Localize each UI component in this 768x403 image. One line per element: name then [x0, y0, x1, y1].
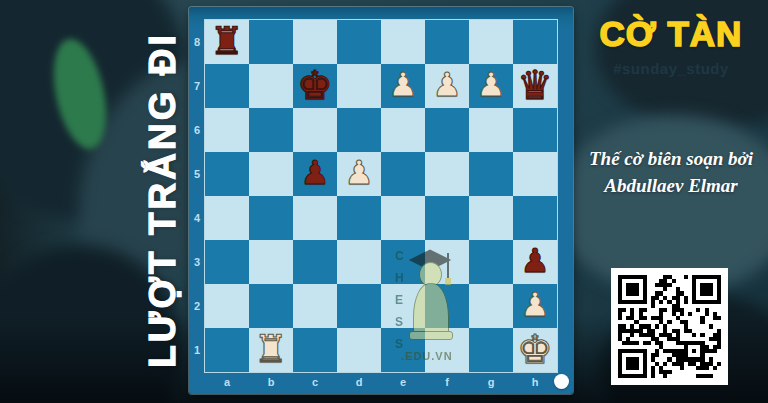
square-b4 [249, 196, 293, 240]
square-g5 [469, 152, 513, 196]
square-a8: ♜ [205, 20, 249, 64]
square-g2 [469, 284, 513, 328]
rank-label-2: 2 [189, 284, 205, 328]
file-label-c: c [293, 372, 337, 394]
piece-black-pawn: ♟ [300, 151, 330, 195]
white-to-move-indicator [554, 374, 569, 389]
square-h3: ♟ [513, 240, 557, 284]
composer-credit: Thế cờ biên soạn bởi Abdullaev Elmar [574, 145, 768, 199]
square-b3 [249, 240, 293, 284]
chess-eduvn-watermark: CHESS .EDU.VN [393, 243, 473, 368]
background-piece-felt-base [45, 34, 115, 154]
square-g3 [469, 240, 513, 284]
square-a5 [205, 152, 249, 196]
file-label-b: b [249, 372, 293, 394]
square-e7: ♟ [381, 64, 425, 108]
board-squares: ♜♚♟♟♟♛♟♟♟♟♜♚ [205, 20, 557, 372]
square-g7: ♟ [469, 64, 513, 108]
white-to-move-banner: LƯỢT TRẮNG ĐI [142, 32, 184, 368]
square-c1 [293, 328, 337, 372]
square-d8 [337, 20, 381, 64]
file-label-a: a [205, 372, 249, 394]
piece-white-pawn: ♟ [520, 283, 550, 327]
square-c5: ♟ [293, 152, 337, 196]
square-a7 [205, 64, 249, 108]
watermark-vertical-text: CHESS [395, 249, 404, 351]
file-label-f: f [425, 372, 469, 394]
right-panel: CỜ TÀN #sunday_study Thế cờ biên soạn bở… [574, 0, 768, 403]
square-b6 [249, 108, 293, 152]
graduation-cap-tassel [447, 253, 449, 279]
watermark-letter: H [395, 271, 404, 285]
square-g6 [469, 108, 513, 152]
square-d1 [337, 328, 381, 372]
rank-label-5: 5 [189, 152, 205, 196]
piece-white-pawn: ♟ [388, 63, 418, 107]
watermark-letter: S [395, 315, 404, 329]
piece-white-pawn: ♟ [432, 63, 462, 107]
piece-white-pawn: ♟ [344, 151, 374, 195]
square-d7 [337, 64, 381, 108]
square-b8 [249, 20, 293, 64]
square-e4 [381, 196, 425, 240]
rank-label-6: 6 [189, 108, 205, 152]
square-f5 [425, 152, 469, 196]
square-d6 [337, 108, 381, 152]
square-a1 [205, 328, 249, 372]
square-c4 [293, 196, 337, 240]
watermark-letter: C [395, 249, 404, 263]
square-b1: ♜ [249, 328, 293, 372]
file-label-e: e [381, 372, 425, 394]
square-e5 [381, 152, 425, 196]
composer-credit-line1: Thế cờ biên soạn bởi [574, 145, 768, 172]
poster-canvas: LƯỢT TRẮNG ĐI 87654321 ♜♚♟♟♟♛♟♟♟♟♜♚ abcd… [0, 0, 768, 403]
square-h8 [513, 20, 557, 64]
watermark-pawn-logo [407, 243, 467, 353]
square-g1 [469, 328, 513, 372]
piece-white-pawn: ♟ [476, 63, 506, 107]
square-b5 [249, 152, 293, 196]
square-h1: ♚ [513, 328, 557, 372]
square-f6 [425, 108, 469, 152]
square-f4 [425, 196, 469, 240]
graduation-cap-tassel-tip [445, 278, 451, 285]
file-label-g: g [469, 372, 513, 394]
square-g8 [469, 20, 513, 64]
poster-title: CỜ TÀN [574, 14, 768, 54]
rank-labels: 87654321 [189, 20, 205, 372]
square-c2 [293, 284, 337, 328]
piece-black-pawn: ♟ [520, 239, 550, 283]
square-e6 [381, 108, 425, 152]
rank-label-8: 8 [189, 20, 205, 64]
file-label-d: d [337, 372, 381, 394]
square-f8 [425, 20, 469, 64]
square-b2 [249, 284, 293, 328]
square-d4 [337, 196, 381, 240]
square-c6 [293, 108, 337, 152]
hashtag-label: #sunday_study [574, 60, 768, 77]
piece-white-rook: ♜ [254, 327, 288, 371]
pawn-logo-body [413, 283, 449, 335]
square-b7 [249, 64, 293, 108]
square-h2: ♟ [513, 284, 557, 328]
rank-label-3: 3 [189, 240, 205, 284]
piece-black-rook: ♜ [210, 19, 244, 63]
watermark-letter: E [395, 293, 404, 307]
square-f7: ♟ [425, 64, 469, 108]
square-d5: ♟ [337, 152, 381, 196]
square-a3 [205, 240, 249, 284]
square-d2 [337, 284, 381, 328]
rank-label-1: 1 [189, 328, 205, 372]
composer-credit-line2: Abdullaev Elmar [574, 172, 768, 199]
piece-black-king: ♚ [297, 63, 333, 107]
rank-label-4: 4 [189, 196, 205, 240]
square-a4 [205, 196, 249, 240]
chess-board: 87654321 ♜♚♟♟♟♛♟♟♟♟♜♚ abcdefgh [189, 7, 573, 394]
pawn-logo-base [409, 331, 453, 340]
square-h5 [513, 152, 557, 196]
square-g4 [469, 196, 513, 240]
square-a6 [205, 108, 249, 152]
rank-label-7: 7 [189, 64, 205, 108]
square-e8 [381, 20, 425, 64]
piece-black-queen: ♛ [517, 63, 553, 107]
piece-white-king: ♚ [517, 327, 553, 371]
file-labels: abcdefgh [205, 372, 557, 394]
square-a2 [205, 284, 249, 328]
square-h7: ♛ [513, 64, 557, 108]
watermark-domain-text: .EDU.VN [401, 350, 453, 362]
square-c3 [293, 240, 337, 284]
square-h6 [513, 108, 557, 152]
square-c7: ♚ [293, 64, 337, 108]
square-h4 [513, 196, 557, 240]
square-c8 [293, 20, 337, 64]
file-label-h: h [513, 372, 557, 394]
watermark-letter: S [395, 337, 404, 351]
qr-code [611, 268, 728, 385]
square-d3 [337, 240, 381, 284]
